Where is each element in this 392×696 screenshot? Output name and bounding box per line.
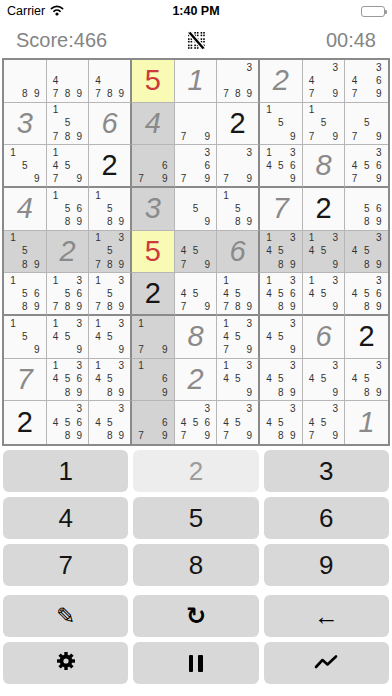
given-digit: 6 [315,322,331,351]
given-digit: 2 [187,365,203,394]
cell-r7c3[interactable]: 13459 [89,316,132,359]
candidate-9: 9 [373,130,385,143]
candidate-3: 3 [373,146,385,159]
candidate-1: 1 [263,104,275,117]
candidate-4: 4 [178,287,190,300]
candidate-9: 9 [329,429,341,443]
candidate-3: 3 [329,232,341,245]
cell-r6c7[interactable]: 1345689 [260,273,303,316]
candidate-5: 5 [275,245,287,258]
candidate-6: 6 [159,159,171,172]
candidate-1: 1 [92,189,104,202]
cell-r8c2[interactable]: 1345689 [47,359,90,402]
candidate-8: 8 [232,87,244,100]
cell-r2c5[interactable]: 79 [175,103,218,146]
candidate-8: 8 [19,300,31,313]
candidate-6: 6 [287,159,299,172]
tool-redo-button[interactable]: ↻ [133,595,258,637]
candidate-7: 7 [178,300,190,313]
candidate-8: 8 [19,87,31,100]
candidate-4: 4 [50,416,62,430]
candidate-1: 1 [92,360,104,373]
candidate-1: 1 [306,274,318,287]
cell-r3c5[interactable]: 3679 [175,145,218,188]
candidate-3: 3 [373,274,385,287]
cell-r6c3[interactable]: 135789 [89,273,132,316]
candidate-1: 1 [92,274,104,287]
cell-r4c3[interactable]: 1589 [89,188,132,231]
given-digit: 2 [59,237,75,266]
pencil-marks: 3459 [306,360,342,400]
candidate-8: 8 [104,386,116,399]
cell-r5c9[interactable]: 34589 [345,231,388,274]
cell-r7c1[interactable]: 159 [4,316,47,359]
candidate-8: 8 [275,300,287,313]
candidate-5: 5 [190,416,202,430]
user-digit: 2 [17,408,33,437]
cell-r1c8[interactable]: 3479 [303,60,346,103]
pencil-marks: 3479 [306,61,342,101]
cell-r6c2[interactable]: 1356789 [47,273,90,316]
candidate-1: 1 [263,232,275,245]
cell-r5c2[interactable]: 2 [47,231,90,274]
candidate-3: 3 [201,402,213,416]
candidate-7: 7 [135,172,147,185]
candidate-1: 1 [7,317,19,330]
candidate-5: 5 [318,287,330,300]
candidate-9: 9 [201,215,213,228]
candidate-9: 9 [243,386,255,399]
pencil-marks: 13459 [306,274,342,313]
pencil-marks: 134579 [220,317,255,357]
cell-r2c6[interactable]: 2 [217,103,260,146]
candidate-4: 4 [348,245,360,258]
candidate-9: 9 [115,429,127,443]
candidate-5: 5 [318,373,330,386]
pencil-marks: 1345689 [50,360,86,400]
candidate-3: 3 [73,274,85,287]
candidate-5: 5 [62,416,74,430]
candidate-5: 5 [190,287,202,300]
cell-r1c1[interactable]: 89 [4,60,47,103]
cell-r7c6[interactable]: 134579 [217,316,260,359]
candidate-4: 4 [263,373,275,386]
user-digit: 2 [230,109,246,138]
cell-r3c9[interactable]: 345679 [345,145,388,188]
cell-r8c9[interactable]: 34589 [345,359,388,402]
candidate-7: 7 [135,429,147,443]
key-1[interactable]: 1 [3,450,128,492]
candidate-9: 9 [159,343,171,356]
cell-r2c7[interactable]: 159 [260,103,303,146]
keypad: 123456789✎↻← [3,450,389,684]
candidate-6: 6 [373,287,385,300]
candidate-5: 5 [19,330,31,343]
cell-r2c3[interactable]: 6 [89,103,132,146]
pencil-marks: 1356789 [50,274,86,313]
candidate-7: 7 [50,300,62,313]
candidate-9: 9 [73,343,85,356]
cell-r7c7[interactable]: 3459 [260,316,303,359]
redo-icon: ↻ [186,604,206,628]
candidate-1: 1 [306,232,318,245]
candidate-5: 5 [19,245,31,258]
candidate-5: 5 [62,287,74,300]
candidate-7: 7 [220,343,232,356]
key-2[interactable]: 2 [133,450,258,492]
pencil-marks: 3459 [263,317,299,357]
battery-icon [361,6,385,17]
candidate-5: 5 [62,159,74,172]
pencil-marks: 34589 [263,360,299,400]
candidate-5: 5 [361,202,373,215]
pencil-marks: 13459 [306,232,342,272]
candidate-6: 6 [373,202,385,215]
candidate-8: 8 [275,386,287,399]
tool-pencil-button[interactable]: ✎ [3,595,128,637]
given-digit: 1 [359,408,375,437]
candidate-3: 3 [287,146,299,159]
candidate-7: 7 [178,258,190,271]
cell-r1c2[interactable]: 4789 [47,60,90,103]
cell-r4c6[interactable]: 1589 [217,188,260,231]
cell-r9c8[interactable]: 34579 [303,401,346,444]
candidate-9: 9 [287,300,299,313]
candidate-5: 5 [275,416,287,430]
candidate-3: 3 [329,274,341,287]
cell-r1c7[interactable]: 2 [260,60,303,103]
candidate-5: 5 [104,373,116,386]
candidate-3: 3 [201,146,213,159]
key-9[interactable]: 9 [264,544,389,586]
candidate-5: 5 [318,117,330,130]
candidate-3: 3 [73,317,85,330]
candidate-1: 1 [7,232,19,245]
candidate-9: 9 [201,172,213,185]
cell-r6c5[interactable]: 4579 [175,273,218,316]
candidate-1: 1 [263,274,275,287]
game-header: Score:466 00:48 [0,22,392,58]
given-digit: 1 [187,66,203,95]
cell-r7c9[interactable]: 2 [345,316,388,359]
candidate-3: 3 [243,360,255,373]
candidate-3: 3 [287,402,299,416]
candidate-9: 9 [73,429,85,443]
key-7[interactable]: 7 [3,544,128,586]
cell-r5c8[interactable]: 13459 [303,231,346,274]
conflict-digit: 5 [145,237,161,266]
cell-r3c1[interactable]: 159 [4,145,47,188]
cell-r6c9[interactable]: 345689 [345,273,388,316]
cell-r2c9[interactable]: 579 [345,103,388,146]
candidate-7: 7 [50,130,62,143]
candidate-1: 1 [50,360,62,373]
candidate-6: 6 [73,202,85,215]
candidate-5: 5 [190,202,202,215]
cell-r7c8[interactable]: 6 [303,316,346,359]
candidate-1: 1 [135,360,147,373]
candidate-5: 5 [275,330,287,343]
tool-stats-button[interactable] [264,642,389,684]
given-digit: 7 [17,365,33,394]
pencil-icon: ✎ [56,605,75,628]
cell-r8c1[interactable]: 7 [4,359,47,402]
candidate-7: 7 [348,130,360,143]
candidate-1: 1 [50,146,62,159]
pencil-marks: 4579 [178,274,214,313]
candidate-1: 1 [50,317,62,330]
candidate-9: 9 [201,258,213,271]
pencil-marks: 159 [7,146,43,185]
user-digit: 2 [145,279,161,308]
cell-r3c2[interactable]: 14579 [47,145,90,188]
candidate-4: 4 [178,245,190,258]
candidate-9: 9 [73,300,85,313]
candidate-3: 3 [243,317,255,330]
cell-r5c7[interactable]: 134589 [260,231,303,274]
candidate-3: 3 [115,274,127,287]
cell-r6c1[interactable]: 15689 [4,273,47,316]
pencil-marks: 134569 [263,146,299,185]
pencil-marks: 34589 [348,360,385,400]
candidate-6: 6 [373,74,385,87]
candidate-6: 6 [31,287,43,300]
candidate-6: 6 [201,416,213,430]
pencil-marks: 679 [135,146,171,185]
candidate-9: 9 [243,215,255,228]
cell-r9c3[interactable]: 34589 [89,401,132,444]
candidate-8: 8 [104,429,116,443]
given-digit: 7 [273,194,289,223]
candidate-8: 8 [104,87,116,100]
candidate-7: 7 [178,429,190,443]
candidate-9: 9 [287,258,299,271]
cell-r3c7[interactable]: 134569 [260,145,303,188]
pencil-marks: 79 [178,104,214,144]
candidate-1: 1 [220,189,232,202]
sudoku-board: 8947894789513789234793467931578964792159… [2,58,390,446]
cell-r4c7[interactable]: 7 [260,188,303,231]
candidate-8: 8 [361,300,373,313]
candidate-9: 9 [115,87,127,100]
candidate-9: 9 [31,343,43,356]
pencil-marks: 13459 [92,317,127,357]
candidate-6: 6 [73,287,85,300]
candidate-5: 5 [361,287,373,300]
candidate-4: 4 [348,287,360,300]
candidate-4: 4 [306,287,318,300]
candidate-5: 5 [318,245,330,258]
candidate-9: 9 [31,172,43,185]
pencil-marks: 34589 [348,232,385,272]
cell-r2c8[interactable]: 1579 [303,103,346,146]
candidate-9: 9 [73,172,85,185]
given-digit: 6 [102,109,118,138]
cell-r9c4[interactable]: 679 [132,401,175,444]
cell-r6c8[interactable]: 13459 [303,273,346,316]
cell-r9c1[interactable]: 2 [4,401,47,444]
candidate-4: 4 [263,159,275,172]
candidate-3: 3 [329,402,341,416]
candidate-3: 3 [373,360,385,373]
candidate-9: 9 [243,429,255,443]
cell-r2c2[interactable]: 15789 [47,103,90,146]
candidate-3: 3 [329,360,341,373]
candidate-9: 9 [73,130,85,143]
candidate-3: 3 [115,402,127,416]
candidate-8: 8 [361,215,373,228]
status-bar: Carrier 1:40 PM [0,0,392,22]
conflict-digit: 5 [145,66,161,95]
candidate-7: 7 [348,172,360,185]
cell-r4c8[interactable]: 2 [303,188,346,231]
candidate-5: 5 [232,287,244,300]
candidate-8: 8 [104,300,116,313]
cell-r9c6[interactable]: 34579 [217,401,260,444]
candidate-9: 9 [329,300,341,313]
cell-r3c4[interactable]: 679 [132,145,175,188]
candidate-8: 8 [104,215,116,228]
candidate-8: 8 [232,300,244,313]
tool-back-button[interactable]: ← [264,595,389,637]
cell-r5c1[interactable]: 1589 [4,231,47,274]
candidate-5: 5 [232,330,244,343]
candidate-9: 9 [159,172,171,185]
candidate-5: 5 [232,373,244,386]
user-digit: 2 [102,151,118,180]
cell-r1c3[interactable]: 4789 [89,60,132,103]
candidate-9: 9 [373,258,385,271]
key-3[interactable]: 3 [264,450,389,492]
pencil-marks: 15689 [7,274,43,313]
candidate-3: 3 [73,360,85,373]
candidate-8: 8 [275,429,287,443]
pencil-marks: 1589 [220,189,255,229]
cell-r7c2[interactable]: 13459 [47,316,90,359]
cell-r8c6[interactable]: 13459 [217,359,260,402]
candidate-4: 4 [348,373,360,386]
cell-r8c8[interactable]: 3459 [303,359,346,402]
pencil-marks: 3789 [220,61,255,101]
candidate-5: 5 [190,245,202,258]
pencil-marks: 679 [135,402,171,443]
pencil-marks: 13459 [50,317,86,357]
candidate-9: 9 [287,172,299,185]
candidate-6: 6 [73,373,85,386]
cell-r7c5[interactable]: 8 [175,316,218,359]
cell-r4c9[interactable]: 5689 [345,188,388,231]
tool-pause-button[interactable] [133,642,258,684]
candidate-7: 7 [306,130,318,143]
cell-r4c4[interactable]: 3 [132,188,175,231]
cell-r1c5[interactable]: 1 [175,60,218,103]
candidate-7: 7 [135,343,147,356]
candidate-5: 5 [275,159,287,172]
cell-r3c8[interactable]: 8 [303,145,346,188]
candidate-4: 4 [50,74,62,87]
cell-r1c9[interactable]: 34679 [345,60,388,103]
key-6[interactable]: 6 [264,497,389,539]
cell-r9c9[interactable]: 1 [345,401,388,444]
candidate-4: 4 [50,159,62,172]
candidate-9: 9 [287,386,299,399]
pencil-marks: 179 [135,317,171,357]
candidate-8: 8 [361,386,373,399]
cell-r1c6[interactable]: 3789 [217,60,260,103]
candidate-1: 1 [220,317,232,330]
candidate-5: 5 [361,245,373,258]
candidate-3: 3 [243,402,255,416]
given-digit: 6 [230,237,246,266]
key-8[interactable]: 8 [133,544,258,586]
cell-r7c4[interactable]: 179 [132,316,175,359]
cell-r9c2[interactable]: 345689 [47,401,90,444]
cell-r4c1[interactable]: 4 [4,188,47,231]
cell-r2c4[interactable]: 4 [132,103,175,146]
candidate-5: 5 [361,117,373,130]
cell-r3c3[interactable]: 2 [89,145,132,188]
candidate-7: 7 [178,172,190,185]
given-digit: 3 [17,109,33,138]
cell-r5c3[interactable]: 135789 [89,231,132,274]
key-5[interactable]: 5 [133,497,258,539]
candidate-5: 5 [62,330,74,343]
pencil-marks: 5689 [348,189,385,229]
tool-settings-button[interactable] [3,642,128,684]
cell-r8c3[interactable]: 134589 [89,359,132,402]
candidate-4: 4 [92,416,104,430]
cell-r4c2[interactable]: 15689 [47,188,90,231]
candidate-9: 9 [115,343,127,356]
candidate-9: 9 [73,87,85,100]
cell-r6c4[interactable]: 2 [132,273,175,316]
candidate-5: 5 [62,373,74,386]
candidate-9: 9 [159,386,171,399]
key-4[interactable]: 4 [3,497,128,539]
candidate-3: 3 [329,61,341,74]
candidate-9: 9 [115,258,127,271]
candidate-9: 9 [373,300,385,313]
given-digit: 4 [145,109,161,138]
candidate-4: 4 [50,330,62,343]
cell-r8c7[interactable]: 34589 [260,359,303,402]
pencil-marks: 159 [263,104,299,144]
candidate-9: 9 [329,258,341,271]
candidate-4: 4 [220,373,232,386]
cell-r5c5[interactable]: 4579 [175,231,218,274]
candidate-5: 5 [318,416,330,430]
cell-r5c6[interactable]: 6 [217,231,260,274]
cell-r8c4[interactable]: 169 [132,359,175,402]
candidate-5: 5 [104,245,116,258]
cell-r9c7[interactable]: 34589 [260,401,303,444]
cell-r2c1[interactable]: 3 [4,103,47,146]
cell-r8c5[interactable]: 2 [175,359,218,402]
cell-r5c4[interactable]: 5 [132,231,175,274]
candidate-5: 5 [19,159,31,172]
cell-r3c6[interactable]: 379 [217,145,260,188]
cell-r1c4[interactable]: 5 [132,60,175,103]
cell-r9c5[interactable]: 345679 [175,401,218,444]
pencil-marks: 379 [220,146,255,185]
candidate-3: 3 [287,274,299,287]
candidate-5: 5 [62,202,74,215]
cell-r6c6[interactable]: 145789 [217,273,260,316]
candidate-9: 9 [243,172,255,185]
candidate-5: 5 [361,159,373,172]
cell-r4c5[interactable]: 59 [175,188,218,231]
candidate-8: 8 [62,386,74,399]
